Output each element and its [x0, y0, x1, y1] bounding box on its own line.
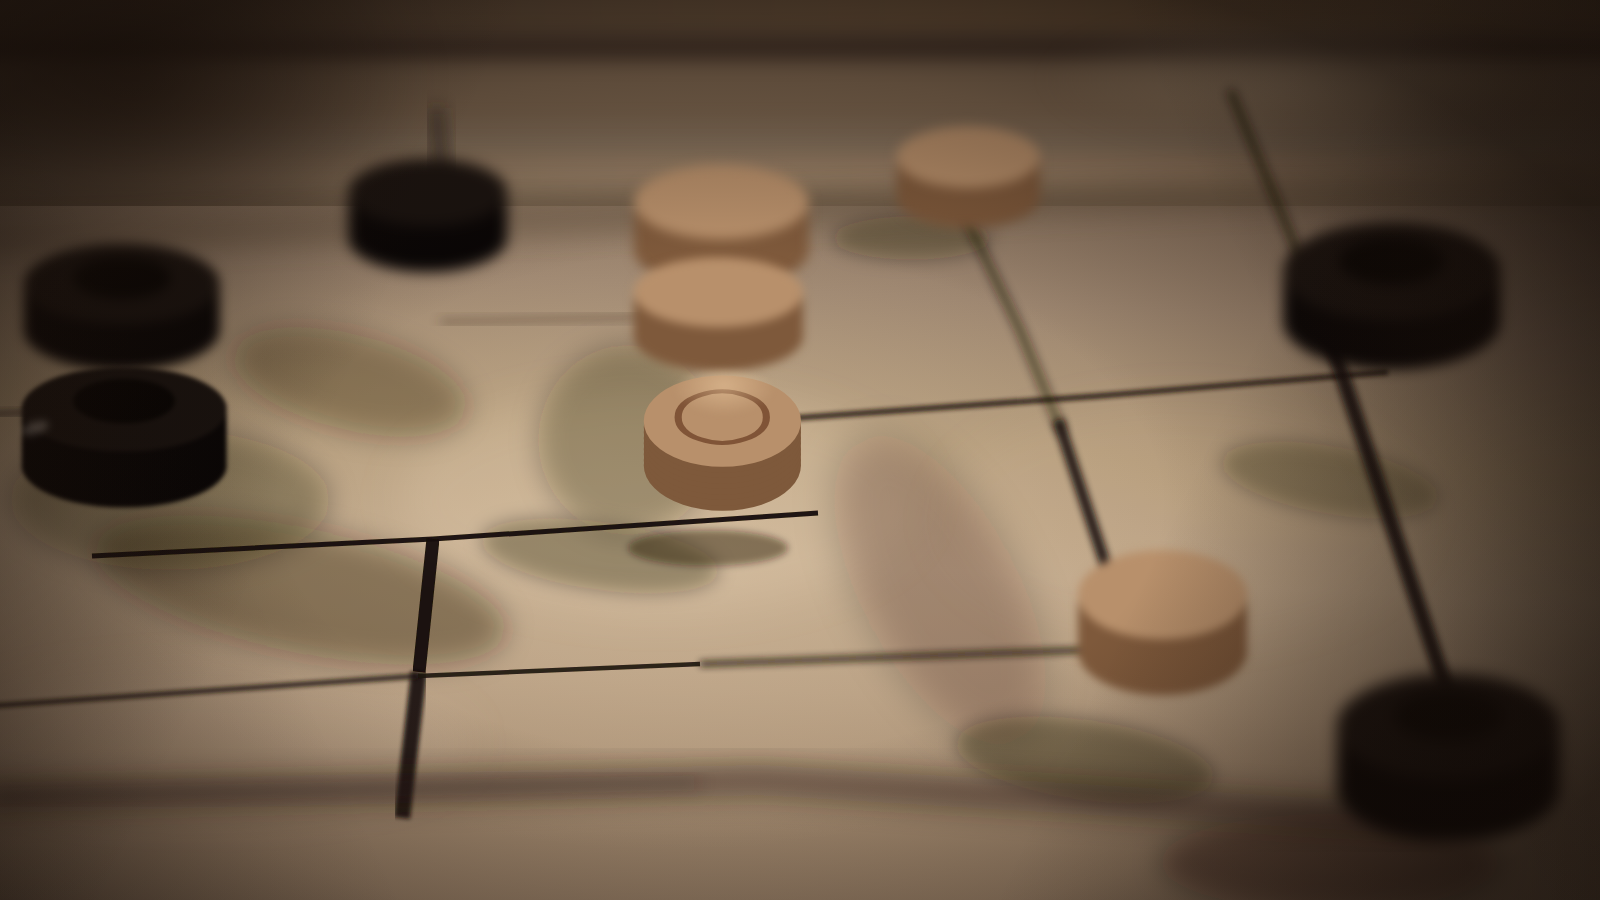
black-piece-glyph: ● [337, 140, 519, 229]
ring-hole: ● [66, 245, 178, 301]
ring-hole: ● [1386, 677, 1512, 744]
piece-black-d5[interactable]: ● [353, 151, 503, 263]
ring-hole: ● [1331, 224, 1452, 287]
photo-scene: ●●●●●●●●○●●●●●● [0, 0, 1600, 900]
highlight [672, 370, 776, 416]
white-piece-glyph: ● [886, 110, 1050, 191]
piece-black-g4[interactable]: ●● [1289, 212, 1494, 360]
piece-black-g1[interactable]: ●● [1343, 663, 1553, 831]
morris-board-grid: ●●●●●●●●○●●●●●● [0, 0, 1600, 900]
white-piece-glyph: ● [1066, 526, 1260, 643]
white-piece-glyph: ● [621, 238, 815, 330]
piece-black-c3[interactable]: ●● [27, 358, 221, 498]
white-piece-glyph: ● [622, 145, 822, 242]
piece-white-f2[interactable]: ● [1083, 541, 1243, 681]
ring-hole: ● [66, 367, 182, 425]
piece-white-f6[interactable]: ● [901, 120, 1036, 218]
piece-white-e3[interactable]: ●○ [648, 366, 796, 496]
